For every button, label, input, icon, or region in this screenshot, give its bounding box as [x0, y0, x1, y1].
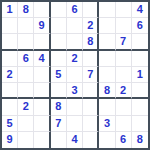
cell-r9c2[interactable] — [18, 132, 34, 148]
given-digit: 8 — [137, 134, 143, 145]
given-digit: 6 — [137, 20, 143, 31]
cell-r2c6[interactable]: 2 — [83, 18, 99, 34]
cell-r1c4[interactable] — [51, 2, 67, 18]
cell-r4c6[interactable] — [83, 51, 99, 67]
cell-r7c5[interactable] — [67, 99, 83, 115]
cell-r5c1[interactable]: 2 — [2, 67, 18, 83]
cell-r2c2[interactable] — [18, 18, 34, 34]
cell-r5c9[interactable]: 1 — [132, 67, 148, 83]
cell-r3c7[interactable] — [99, 34, 115, 50]
cell-r9c1[interactable]: 9 — [2, 132, 18, 148]
given-digit: 9 — [7, 134, 13, 145]
cell-r3c3[interactable] — [34, 34, 50, 50]
cell-r4c3[interactable]: 4 — [34, 51, 50, 67]
cell-r8c4[interactable]: 7 — [51, 116, 67, 132]
cell-r5c6[interactable]: 7 — [83, 67, 99, 83]
given-digit: 8 — [104, 85, 110, 96]
given-digit: 1 — [137, 69, 143, 80]
given-digit: 2 — [23, 101, 29, 112]
cell-r3c6[interactable]: 8 — [83, 34, 99, 50]
cell-r8c2[interactable] — [18, 116, 34, 132]
cell-r4c7[interactable] — [99, 51, 115, 67]
given-digit: 7 — [87, 69, 93, 80]
cell-r5c3[interactable] — [34, 67, 50, 83]
cell-r7c8[interactable] — [116, 99, 132, 115]
given-digit: 4 — [38, 53, 44, 64]
cell-r8c9[interactable] — [132, 116, 148, 132]
sudoku-board: 1864926876422571382285739468 — [0, 0, 150, 150]
cell-r3c8[interactable]: 7 — [116, 34, 132, 50]
cell-r8c5[interactable] — [67, 116, 83, 132]
cell-r6c3[interactable] — [34, 83, 50, 99]
cell-r4c2[interactable]: 6 — [18, 51, 34, 67]
cell-r4c5[interactable]: 2 — [67, 51, 83, 67]
cell-r1c1[interactable]: 1 — [2, 2, 18, 18]
cell-r1c9[interactable]: 4 — [132, 2, 148, 18]
cell-r3c2[interactable] — [18, 34, 34, 50]
cell-r1c3[interactable] — [34, 2, 50, 18]
cell-r7c3[interactable] — [34, 99, 50, 115]
cell-r8c3[interactable] — [34, 116, 50, 132]
cell-r4c9[interactable] — [132, 51, 148, 67]
cell-r1c6[interactable] — [83, 2, 99, 18]
cell-r4c8[interactable] — [116, 51, 132, 67]
cell-r7c2[interactable]: 2 — [18, 99, 34, 115]
given-digit: 2 — [87, 20, 93, 31]
cell-r2c7[interactable] — [99, 18, 115, 34]
cell-r4c1[interactable] — [2, 51, 18, 67]
cell-r9c3[interactable] — [34, 132, 50, 148]
given-digit: 2 — [71, 53, 77, 64]
given-digit: 8 — [87, 36, 93, 47]
cell-r3c9[interactable] — [132, 34, 148, 50]
cell-r9c4[interactable] — [51, 132, 67, 148]
given-digit: 7 — [120, 36, 126, 47]
cell-r7c6[interactable] — [83, 99, 99, 115]
given-digit: 3 — [104, 118, 110, 129]
cell-r7c1[interactable] — [2, 99, 18, 115]
given-digit: 6 — [71, 4, 77, 15]
cell-r8c7[interactable]: 3 — [99, 116, 115, 132]
given-digit: 2 — [7, 69, 13, 80]
given-digit: 8 — [55, 101, 61, 112]
cell-r1c7[interactable] — [99, 2, 115, 18]
cell-r5c8[interactable] — [116, 67, 132, 83]
cell-r9c6[interactable] — [83, 132, 99, 148]
cell-r2c8[interactable] — [116, 18, 132, 34]
cell-r6c9[interactable] — [132, 83, 148, 99]
cell-r1c8[interactable] — [116, 2, 132, 18]
cell-r6c8[interactable]: 2 — [116, 83, 132, 99]
cell-r8c1[interactable]: 5 — [2, 116, 18, 132]
given-digit: 9 — [38, 20, 44, 31]
cell-r6c2[interactable] — [18, 83, 34, 99]
cell-r9c7[interactable] — [99, 132, 115, 148]
cell-r2c5[interactable] — [67, 18, 83, 34]
given-digit: 5 — [55, 69, 61, 80]
given-digit: 1 — [7, 4, 13, 15]
cell-r7c4[interactable]: 8 — [51, 99, 67, 115]
cell-r6c7[interactable]: 8 — [99, 83, 115, 99]
cell-r5c2[interactable] — [18, 67, 34, 83]
cell-r1c2[interactable]: 8 — [18, 2, 34, 18]
cell-r8c8[interactable] — [116, 116, 132, 132]
cell-r4c4[interactable] — [51, 51, 67, 67]
cell-r3c1[interactable] — [2, 34, 18, 50]
cell-r5c5[interactable] — [67, 67, 83, 83]
cell-r2c3[interactable]: 9 — [34, 18, 50, 34]
given-digit: 4 — [71, 134, 77, 145]
given-digit: 6 — [23, 53, 29, 64]
cell-r8c6[interactable] — [83, 116, 99, 132]
cell-r7c9[interactable] — [132, 99, 148, 115]
sudoku-app-canvas: 1864926876422571382285739468 — [0, 0, 150, 150]
cell-r6c6[interactable] — [83, 83, 99, 99]
cell-r3c4[interactable] — [51, 34, 67, 50]
cell-r5c7[interactable] — [99, 67, 115, 83]
given-digit: 6 — [120, 134, 126, 145]
cell-r3c5[interactable] — [67, 34, 83, 50]
given-digit: 2 — [120, 85, 126, 96]
cell-r9c8[interactable]: 6 — [116, 132, 132, 148]
cell-r9c9[interactable]: 8 — [132, 132, 148, 148]
cell-r2c1[interactable] — [2, 18, 18, 34]
cell-r7c7[interactable] — [99, 99, 115, 115]
given-digit: 7 — [55, 118, 61, 129]
cell-r6c4[interactable] — [51, 83, 67, 99]
given-digit: 4 — [137, 4, 143, 15]
given-digit: 8 — [23, 4, 29, 15]
given-digit: 3 — [71, 85, 77, 96]
cell-r5c4[interactable]: 5 — [51, 67, 67, 83]
cell-r1c5[interactable]: 6 — [67, 2, 83, 18]
cell-r2c4[interactable] — [51, 18, 67, 34]
cell-r2c9[interactable]: 6 — [132, 18, 148, 34]
given-digit: 5 — [7, 118, 13, 129]
cell-r9c5[interactable]: 4 — [67, 132, 83, 148]
cell-r6c5[interactable]: 3 — [67, 83, 83, 99]
cell-r6c1[interactable] — [2, 83, 18, 99]
